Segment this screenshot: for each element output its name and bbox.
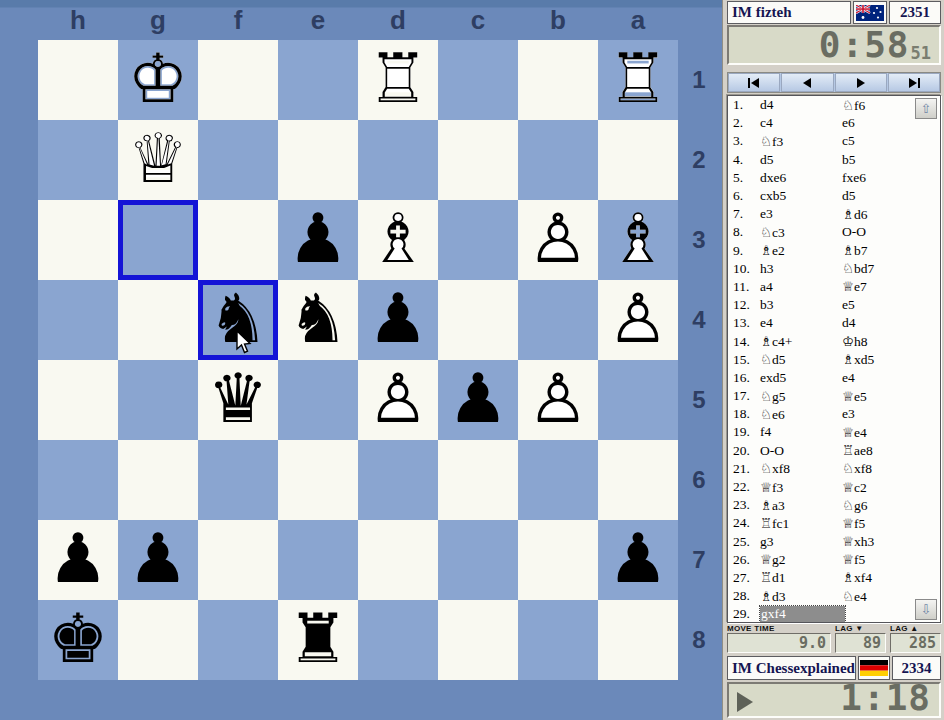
black-move[interactable]: d5	[842, 188, 940, 204]
move-number: 12.	[728, 297, 760, 313]
piece-outline: ♗	[358, 200, 438, 280]
square-h2[interactable]	[38, 120, 118, 200]
square-b2[interactable]	[518, 120, 598, 200]
move-row: 23.♗a3♘g6	[728, 496, 940, 514]
file-label: g	[118, 0, 198, 40]
square-d5[interactable]: ♟♙	[358, 360, 438, 440]
square-c1[interactable]	[438, 40, 518, 120]
white-move[interactable]: ♖fc1	[760, 515, 842, 532]
move-row: 5.dxe6fxe6	[728, 169, 940, 187]
move-row: 15.♘d5♗xd5	[728, 351, 940, 369]
square-h5[interactable]	[38, 360, 118, 440]
move-number: 19.	[728, 424, 760, 440]
move-row: 10.h3♘bd7	[728, 260, 940, 278]
square-e8[interactable]: ♜	[278, 600, 358, 680]
white-move[interactable]: g3	[760, 534, 842, 550]
black-move[interactable]: ♔h8	[842, 333, 940, 350]
square-d2[interactable]	[358, 120, 438, 200]
square-c5[interactable]: ♟	[438, 360, 518, 440]
white-move[interactable]: d5	[760, 152, 842, 168]
square-b4[interactable]	[518, 280, 598, 360]
top-clock-fraction: 51	[911, 44, 931, 62]
white-move[interactable]: O-O	[760, 443, 842, 459]
black-move[interactable]: ♕xh3	[842, 533, 940, 550]
square-b1[interactable]	[518, 40, 598, 120]
move-row: 12.b3e5	[728, 296, 940, 314]
top-player-bar: IM fizteh 2351	[727, 1, 941, 24]
next-move-button[interactable]	[835, 73, 887, 92]
square-a7[interactable]: ♟	[598, 520, 678, 600]
move-number: 21.	[728, 461, 760, 477]
piece-black-king[interactable]: ♚	[38, 600, 118, 680]
white-move[interactable]: ♘g5	[760, 388, 842, 405]
black-move[interactable]: ♕e4	[842, 424, 940, 441]
move-number: 7.	[728, 206, 760, 222]
top-player-clock: 0:58 51	[727, 25, 941, 65]
white-move[interactable]: a4	[760, 279, 842, 295]
square-c6[interactable]	[438, 440, 518, 520]
square-d6[interactable]	[358, 440, 438, 520]
lag-up-value: 285	[890, 633, 941, 653]
scroll-up-button[interactable]: ⇧	[915, 98, 937, 119]
black-move[interactable]: ♗d6	[842, 206, 940, 223]
file-label: b	[518, 0, 598, 40]
square-e2[interactable]	[278, 120, 358, 200]
white-move[interactable]: dxe6	[760, 170, 842, 186]
rank-label: 1	[678, 40, 720, 120]
square-f8[interactable]	[198, 600, 278, 680]
square-b6[interactable]	[518, 440, 598, 520]
move-number: 24.	[728, 515, 760, 531]
square-b7[interactable]	[518, 520, 598, 600]
move-row: 24.♖fc1♕f5	[728, 514, 940, 532]
black-move[interactable]: c5	[842, 133, 940, 149]
last-move-button[interactable]	[888, 73, 940, 92]
piece-white-pawn[interactable]: ♟♙	[358, 360, 438, 440]
move-row: 16.exd5e4	[728, 369, 940, 387]
lag-down-value: 89	[835, 633, 886, 653]
square-g1[interactable]: ♚♔	[118, 40, 198, 120]
move-row: 27.♖d1♗xf4	[728, 569, 940, 587]
piece-white-rook[interactable]: ♜♖	[358, 40, 438, 120]
black-move[interactable]: fxe6	[842, 170, 940, 186]
move-number: 8.	[728, 224, 760, 240]
move-row: 4.d5b5	[728, 151, 940, 169]
move-number: 27.	[728, 570, 760, 586]
white-move[interactable]: ♗c4+	[760, 333, 842, 350]
piece-white-pawn[interactable]: ♟♙	[518, 360, 598, 440]
file-label: d	[358, 0, 438, 40]
black-move[interactable]: ♕f5	[842, 551, 940, 568]
move-row: 26.♕g2♕f5	[728, 551, 940, 569]
move-number: 20.	[728, 443, 760, 459]
square-d8[interactable]	[358, 600, 438, 680]
top-player-rating: 2351	[889, 1, 941, 24]
white-move[interactable]: cxb5	[760, 188, 842, 204]
white-move[interactable]: ♗d3	[760, 588, 842, 605]
move-row: 11.a4♕e7	[728, 278, 940, 296]
square-d7[interactable]	[358, 520, 438, 600]
square-a2[interactable]	[598, 120, 678, 200]
selected-move[interactable]: gxf4	[760, 606, 845, 622]
white-move[interactable]: b3	[760, 297, 842, 313]
square-d4[interactable]: ♟	[358, 280, 438, 360]
piece-white-bishop[interactable]: ♝♗	[598, 200, 678, 280]
square-g6[interactable]	[118, 440, 198, 520]
rank-label: 8	[678, 600, 720, 680]
white-move[interactable]: ♖d1	[760, 569, 842, 586]
black-move[interactable]: d4	[842, 315, 940, 331]
bottom-clock-time: 1:18	[840, 681, 931, 715]
piece-white-queen[interactable]: ♛♕	[118, 120, 198, 200]
file-label: h	[38, 0, 118, 40]
move-number: 5.	[728, 170, 760, 186]
black-move[interactable]: ♘bd7	[842, 260, 940, 277]
file-label: a	[598, 0, 678, 40]
black-move[interactable]: ♕e7	[842, 278, 940, 295]
square-h4[interactable]	[38, 280, 118, 360]
white-move[interactable]: ♘xf8	[760, 460, 842, 477]
white-move[interactable]: ♗e2	[760, 242, 842, 259]
square-e1[interactable]	[278, 40, 358, 120]
app-window: { "game": "chess", "position": { "fen": …	[0, 0, 944, 720]
piece-black-queen[interactable]: ♛	[198, 360, 278, 440]
rank-label: 7	[678, 520, 720, 600]
move-row: 25.g3♕xh3	[728, 533, 940, 551]
square-f5[interactable]: ♛	[198, 360, 278, 440]
square-b3[interactable]: ♟♙	[518, 200, 598, 280]
piece-black-pawn[interactable]: ♟	[118, 520, 198, 600]
piece-outline: ♗	[598, 200, 678, 280]
piece-white-pawn[interactable]: ♟♙	[598, 280, 678, 360]
square-d1[interactable]: ♜♖	[358, 40, 438, 120]
move-navigation	[727, 72, 941, 93]
square-g4[interactable]	[118, 280, 198, 360]
move-number: 23.	[728, 497, 760, 513]
move-row: 6.cxb5d5	[728, 187, 940, 205]
white-move[interactable]: ♘f3	[760, 133, 842, 150]
mouse-cursor	[236, 330, 254, 356]
move-row: 19.f4♕e4	[728, 423, 940, 441]
move-number: 17.	[728, 388, 760, 404]
square-c8[interactable]	[438, 600, 518, 680]
piece-black-pawn[interactable]: ♟	[358, 280, 438, 360]
previous-move-button[interactable]	[781, 73, 833, 92]
rank-label: 5	[678, 360, 720, 440]
move-number: 3.	[728, 133, 760, 149]
square-g8[interactable]	[118, 600, 198, 680]
move-row: 14.♗c4+♔h8	[728, 332, 940, 350]
piece-white-pawn[interactable]: ♟♙	[518, 200, 598, 280]
black-move[interactable]: e4	[842, 370, 940, 386]
white-move[interactable]: e4	[760, 315, 842, 331]
piece-white-bishop[interactable]: ♝♗	[358, 200, 438, 280]
bottom-player-name: IM Chessexplained	[727, 656, 856, 680]
piece-black-pawn[interactable]: ♟	[278, 200, 358, 280]
square-a5[interactable]	[598, 360, 678, 440]
piece-black-pawn[interactable]: ♟	[598, 520, 678, 600]
square-h6[interactable]	[38, 440, 118, 520]
file-label: c	[438, 0, 518, 40]
move-number: 22.	[728, 479, 760, 495]
move-row: 7.e3♗d6	[728, 205, 940, 223]
square-e4[interactable]: ♞	[278, 280, 358, 360]
square-a8[interactable]	[598, 600, 678, 680]
move-row: 13.e4d4	[728, 314, 940, 332]
move-number: 15.	[728, 352, 760, 368]
square-a1[interactable]: ♜♖	[598, 40, 678, 120]
scroll-down-button[interactable]: ⇩	[915, 599, 937, 620]
piece-black-knight[interactable]: ♞	[278, 280, 358, 360]
move-row: 18.♘e6e3	[728, 405, 940, 423]
square-a3[interactable]: ♝♗	[598, 200, 678, 280]
move-number: 18.	[728, 406, 760, 422]
black-move[interactable]: ♗xd5	[842, 351, 940, 368]
white-move[interactable]: ♕g2	[760, 551, 842, 568]
white-move[interactable]: ♕f3	[760, 479, 842, 496]
white-move[interactable]: gxf4	[760, 606, 842, 622]
move-number: 6.	[728, 188, 760, 204]
black-move[interactable]: e3	[842, 406, 940, 422]
black-move[interactable]: ♖ae8	[842, 442, 940, 459]
square-h7[interactable]: ♟	[38, 520, 118, 600]
white-move[interactable]: exd5	[760, 370, 842, 386]
file-label: f	[198, 0, 278, 40]
chess-board: hgfedcba ♚♔♜♖♜♖♛♕♟♝♗♟♙♝♗♞♞♟♟♙♛♟♙♟♟♙♟♟♟♚♜…	[0, 0, 722, 720]
piece-outline: ♙	[358, 360, 438, 440]
move-row: 29.gxf4	[728, 605, 940, 623]
black-move[interactable]: ♘xf8	[842, 460, 940, 477]
square-h3[interactable]	[38, 200, 118, 280]
black-move[interactable]: ♕c2	[842, 479, 940, 496]
file-label: e	[278, 0, 358, 40]
move-number: 16.	[728, 370, 760, 386]
board-grid: ♚♔♜♖♜♖♛♕♟♝♗♟♙♝♗♞♞♟♟♙♛♟♙♟♟♙♟♟♟♚♜	[38, 40, 678, 680]
australia-flag-icon	[853, 1, 887, 24]
move-number: 28.	[728, 588, 760, 604]
move-row: 9.♗e2♗b7	[728, 242, 940, 260]
piece-outline: ♙	[518, 360, 598, 440]
move-number: 11.	[728, 279, 760, 295]
move-time-label: MOVE TIME	[727, 624, 831, 633]
black-move[interactable]: ♗xf4	[842, 569, 940, 586]
white-move[interactable]: ♘c3	[760, 224, 842, 241]
lag-up-label: LAG ▲	[890, 624, 941, 633]
move-number: 14.	[728, 334, 760, 350]
square-g2[interactable]: ♛♕	[118, 120, 198, 200]
black-move[interactable]: O-O	[842, 224, 940, 240]
black-move[interactable]: ♕f5	[842, 515, 940, 532]
square-c7[interactable]	[438, 520, 518, 600]
square-b5[interactable]: ♟♙	[518, 360, 598, 440]
piece-white-rook[interactable]: ♜♖	[598, 40, 678, 120]
black-move[interactable]: ♘g6	[842, 497, 940, 514]
square-a6[interactable]	[598, 440, 678, 520]
square-b8[interactable]	[518, 600, 598, 680]
move-row: 17.♘g5♕e5	[728, 387, 940, 405]
move-row: 2.c4e6	[728, 114, 940, 132]
square-e3[interactable]: ♟	[278, 200, 358, 280]
square-e7[interactable]	[278, 520, 358, 600]
file-labels: hgfedcba	[38, 0, 678, 40]
piece-white-king[interactable]: ♚♔	[118, 40, 198, 120]
move-number: 26.	[728, 552, 760, 568]
move-row: 22.♕f3♕c2	[728, 478, 940, 496]
move-number: 1.	[728, 97, 760, 113]
square-g7[interactable]: ♟	[118, 520, 198, 600]
square-h1[interactable]	[38, 40, 118, 120]
move-number: 10.	[728, 261, 760, 277]
piece-outline: ♙	[598, 280, 678, 360]
move-number: 9.	[728, 243, 760, 259]
square-d3[interactable]: ♝♗	[358, 200, 438, 280]
piece-outline: ♖	[598, 40, 678, 120]
square-g3[interactable]	[118, 200, 198, 280]
white-move[interactable]: e3	[760, 206, 842, 222]
black-move[interactable]: ♗b7	[842, 242, 940, 259]
square-f3[interactable]	[198, 200, 278, 280]
square-e5[interactable]	[278, 360, 358, 440]
rank-labels: 12345678	[678, 40, 720, 680]
square-c2[interactable]	[438, 120, 518, 200]
lag-down-label: LAG ▼	[835, 624, 886, 633]
piece-outline: ♙	[518, 200, 598, 280]
square-c4[interactable]	[438, 280, 518, 360]
white-move[interactable]: c4	[760, 115, 842, 131]
white-move[interactable]: h3	[760, 261, 842, 277]
square-f6[interactable]	[198, 440, 278, 520]
move-row: 1.d4♘f6	[728, 96, 940, 114]
rank-label: 3	[678, 200, 720, 280]
move-list-rows: 1.d4♘f62.c4e63.♘f3c54.d5b55.dxe6fxe66.cx…	[728, 96, 940, 623]
square-g5[interactable]	[118, 360, 198, 440]
move-list: 1.d4♘f62.c4e63.♘f3c54.d5b55.dxe6fxe66.cx…	[727, 95, 941, 623]
piece-outline: ♔	[118, 40, 198, 120]
move-row: 28.♗d3♘e4	[728, 587, 940, 605]
square-c3[interactable]	[438, 200, 518, 280]
first-move-button[interactable]	[728, 73, 780, 92]
piece-black-pawn[interactable]: ♟	[438, 360, 518, 440]
move-number: 13.	[728, 315, 760, 331]
rank-label: 2	[678, 120, 720, 200]
piece-outline: ♖	[358, 40, 438, 120]
move-number: 4.	[728, 152, 760, 168]
black-move[interactable]: e5	[842, 297, 940, 313]
side-panel: IM fizteh 2351 0:58 51	[722, 0, 944, 720]
move-number: 2.	[728, 115, 760, 131]
piece-outline: ♕	[118, 120, 198, 200]
top-clock-time: 0:58	[819, 28, 910, 62]
square-e6[interactable]	[278, 440, 358, 520]
black-move[interactable]: b5	[842, 152, 940, 168]
square-f7[interactable]	[198, 520, 278, 600]
rank-label: 4	[678, 280, 720, 360]
to-move-indicator-icon	[737, 692, 753, 712]
square-h8[interactable]: ♚	[38, 600, 118, 680]
move-row: 21.♘xf8♘xf8	[728, 460, 940, 478]
white-move[interactable]: ♘d5	[760, 351, 842, 368]
move-row: 20.O-O♖ae8	[728, 442, 940, 460]
white-move[interactable]: ♘e6	[760, 406, 842, 423]
white-move[interactable]: ♗a3	[760, 497, 842, 514]
piece-black-pawn[interactable]: ♟	[38, 520, 118, 600]
bottom-player-clock: 1:18	[727, 682, 941, 718]
square-f2[interactable]	[198, 120, 278, 200]
piece-black-rook[interactable]: ♜	[278, 600, 358, 680]
status-bar: MOVE TIME 9.0 LAG ▼ 89 LAG ▲ 285	[727, 624, 941, 652]
black-move[interactable]: ♕e5	[842, 388, 940, 405]
move-time-value: 9.0	[727, 633, 831, 653]
rank-label: 6	[678, 440, 720, 520]
move-row: 3.♘f3c5	[728, 132, 940, 150]
white-move[interactable]: f4	[760, 424, 842, 440]
move-number: 29.	[728, 606, 760, 622]
white-move[interactable]: d4	[760, 97, 842, 113]
square-f1[interactable]	[198, 40, 278, 120]
move-number: 25.	[728, 534, 760, 550]
top-player-name: IM fizteh	[727, 1, 851, 24]
square-a4[interactable]: ♟♙	[598, 280, 678, 360]
move-row: 8.♘c3O-O	[728, 223, 940, 241]
